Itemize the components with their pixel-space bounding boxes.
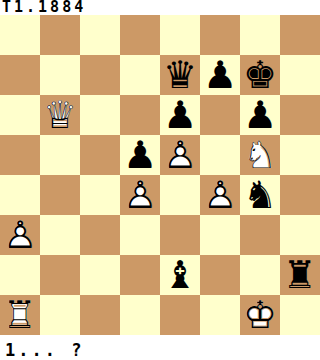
square-f8[interactable] <box>200 15 240 55</box>
square-e4[interactable] <box>160 175 200 215</box>
square-e6[interactable]: ♟ <box>160 95 200 135</box>
square-f4[interactable]: ♟♙ <box>200 175 240 215</box>
white-pawn-outline-icon: ♙ <box>160 135 200 175</box>
square-a2[interactable] <box>0 255 40 295</box>
square-b8[interactable] <box>40 15 80 55</box>
puzzle-id: T1.1884 <box>0 0 320 15</box>
square-f6[interactable] <box>200 95 240 135</box>
square-g6[interactable]: ♟ <box>240 95 280 135</box>
black-pawn[interactable]: ♟ <box>120 135 160 175</box>
square-a8[interactable] <box>0 15 40 55</box>
square-b7[interactable] <box>40 55 80 95</box>
square-b4[interactable] <box>40 175 80 215</box>
square-h4[interactable] <box>280 175 320 215</box>
black-pawn-icon: ♟ <box>160 95 200 135</box>
square-a4[interactable] <box>0 175 40 215</box>
black-knight-icon: ♞ <box>240 175 280 215</box>
square-g3[interactable] <box>240 215 280 255</box>
square-d3[interactable] <box>120 215 160 255</box>
square-e2[interactable]: ♝ <box>160 255 200 295</box>
black-queen-icon: ♛ <box>160 55 200 95</box>
black-pawn-icon: ♟ <box>200 55 240 95</box>
white-king-outline-icon: ♔ <box>240 295 280 335</box>
square-b2[interactable] <box>40 255 80 295</box>
square-h3[interactable] <box>280 215 320 255</box>
square-g2[interactable] <box>240 255 280 295</box>
square-a7[interactable] <box>0 55 40 95</box>
white-pawn-outline-icon: ♙ <box>200 175 240 215</box>
square-b1[interactable] <box>40 295 80 335</box>
white-pawn-outline-icon: ♙ <box>0 215 40 255</box>
square-g4[interactable]: ♞ <box>240 175 280 215</box>
white-rook-outline-icon: ♖ <box>0 295 40 335</box>
black-pawn[interactable]: ♟ <box>240 95 280 135</box>
square-d8[interactable] <box>120 15 160 55</box>
square-h1[interactable] <box>280 295 320 335</box>
black-pawn-icon: ♟ <box>120 135 160 175</box>
white-knight[interactable]: ♞♘ <box>240 135 280 175</box>
square-h8[interactable] <box>280 15 320 55</box>
white-queen[interactable]: ♛♕ <box>40 95 80 135</box>
white-queen-outline-icon: ♕ <box>40 95 80 135</box>
square-f2[interactable] <box>200 255 240 295</box>
black-pawn[interactable]: ♟ <box>200 55 240 95</box>
square-c3[interactable] <box>80 215 120 255</box>
square-d1[interactable] <box>120 295 160 335</box>
square-a5[interactable] <box>0 135 40 175</box>
chess-board: ♛♟♚♛♕♟♟♟♟♙♞♘♟♙♟♙♞♟♙♝♜♜♖♚♔ <box>0 15 320 335</box>
move-prompt: 1... ? <box>0 335 320 360</box>
square-d2[interactable] <box>120 255 160 295</box>
black-bishop-icon: ♝ <box>160 255 200 295</box>
square-c6[interactable] <box>80 95 120 135</box>
square-e1[interactable] <box>160 295 200 335</box>
square-c1[interactable] <box>80 295 120 335</box>
square-a3[interactable]: ♟♙ <box>0 215 40 255</box>
square-e3[interactable] <box>160 215 200 255</box>
black-rook-icon: ♜ <box>280 255 320 295</box>
black-rook[interactable]: ♜ <box>280 255 320 295</box>
square-d6[interactable] <box>120 95 160 135</box>
white-pawn[interactable]: ♟♙ <box>160 135 200 175</box>
square-c4[interactable] <box>80 175 120 215</box>
square-e7[interactable]: ♛ <box>160 55 200 95</box>
square-b5[interactable] <box>40 135 80 175</box>
square-b6[interactable]: ♛♕ <box>40 95 80 135</box>
square-g7[interactable]: ♚ <box>240 55 280 95</box>
square-c7[interactable] <box>80 55 120 95</box>
square-h7[interactable] <box>280 55 320 95</box>
square-d5[interactable]: ♟ <box>120 135 160 175</box>
square-d4[interactable]: ♟♙ <box>120 175 160 215</box>
square-h2[interactable]: ♜ <box>280 255 320 295</box>
square-h5[interactable] <box>280 135 320 175</box>
black-bishop[interactable]: ♝ <box>160 255 200 295</box>
white-king[interactable]: ♚♔ <box>240 295 280 335</box>
white-pawn[interactable]: ♟♙ <box>120 175 160 215</box>
square-f5[interactable] <box>200 135 240 175</box>
black-knight[interactable]: ♞ <box>240 175 280 215</box>
white-pawn[interactable]: ♟♙ <box>0 215 40 255</box>
square-b3[interactable] <box>40 215 80 255</box>
square-g1[interactable]: ♚♔ <box>240 295 280 335</box>
black-king[interactable]: ♚ <box>240 55 280 95</box>
square-f3[interactable] <box>200 215 240 255</box>
square-g8[interactable] <box>240 15 280 55</box>
square-a1[interactable]: ♜♖ <box>0 295 40 335</box>
square-e5[interactable]: ♟♙ <box>160 135 200 175</box>
black-pawn-icon: ♟ <box>240 95 280 135</box>
black-queen[interactable]: ♛ <box>160 55 200 95</box>
square-a6[interactable] <box>0 95 40 135</box>
square-f1[interactable] <box>200 295 240 335</box>
square-c8[interactable] <box>80 15 120 55</box>
square-h6[interactable] <box>280 95 320 135</box>
square-c2[interactable] <box>80 255 120 295</box>
black-king-icon: ♚ <box>240 55 280 95</box>
square-c5[interactable] <box>80 135 120 175</box>
square-e8[interactable] <box>160 15 200 55</box>
black-pawn[interactable]: ♟ <box>160 95 200 135</box>
square-g5[interactable]: ♞♘ <box>240 135 280 175</box>
white-rook[interactable]: ♜♖ <box>0 295 40 335</box>
white-pawn-outline-icon: ♙ <box>120 175 160 215</box>
chess-puzzle-app: T1.1884 ♛♟♚♛♕♟♟♟♟♙♞♘♟♙♟♙♞♟♙♝♜♜♖♚♔ 1... ? <box>0 0 320 360</box>
white-knight-outline-icon: ♘ <box>240 135 280 175</box>
square-d7[interactable] <box>120 55 160 95</box>
square-f7[interactable]: ♟ <box>200 55 240 95</box>
white-pawn[interactable]: ♟♙ <box>200 175 240 215</box>
